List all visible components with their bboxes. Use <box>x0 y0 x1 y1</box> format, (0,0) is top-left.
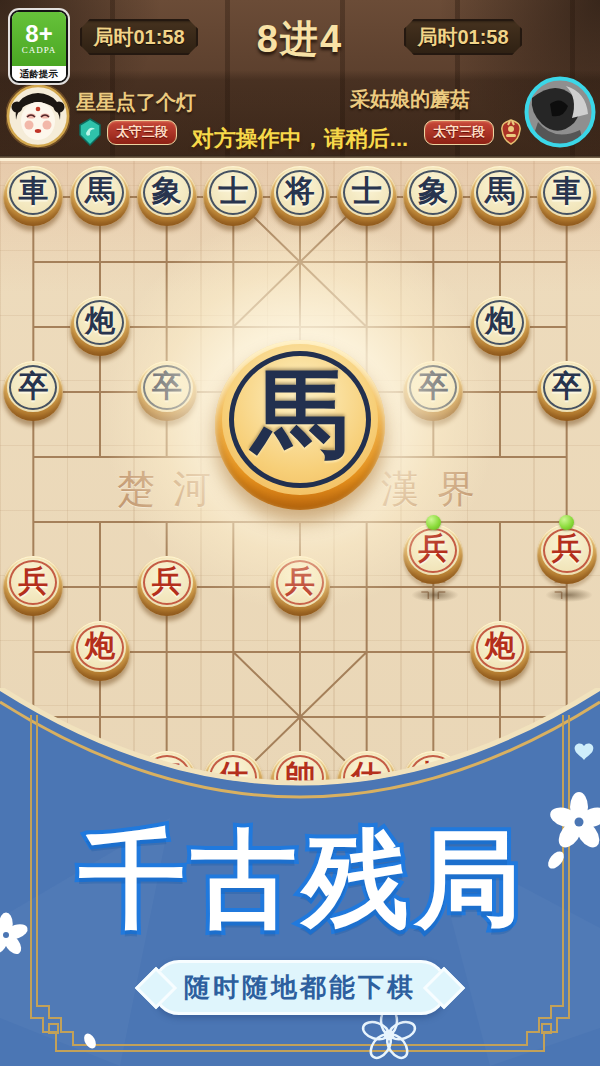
piece-face: 兵 <box>7 558 59 607</box>
age-rating-value: 8+ <box>25 23 52 45</box>
right-timer: 局时01:58 <box>404 19 522 55</box>
piece-black-士[interactable]: 士 <box>337 166 397 226</box>
piece-red-炮[interactable]: 炮 <box>470 621 530 681</box>
floating-piece-face: 馬 <box>222 344 378 495</box>
opponent-status-text: 对方操作中，请稍后... <box>0 124 600 154</box>
opera-face-avatar-image <box>6 84 70 148</box>
piece-black-車[interactable]: 車 <box>537 166 597 226</box>
piece-black-卒[interactable]: 卒 <box>537 361 597 421</box>
piece-black-士[interactable]: 士 <box>203 166 263 226</box>
age-rating-org: CADPA <box>22 45 57 55</box>
promo-title: 千古残局 <box>0 824 600 935</box>
piece-face: 将 <box>274 168 326 217</box>
piece-black-馬[interactable]: 馬 <box>470 166 530 226</box>
promo-panel: 千古残局 随时随地都能下棋 <box>0 688 600 1066</box>
piece-face: 炮 <box>74 298 126 347</box>
move-indicator-dot <box>559 515 574 530</box>
piece-face: 炮 <box>474 623 526 672</box>
header-bar: 局时01:58 8进4 局时01:58 星星点了个灯 采姑娘的蘑菇 太守三段 太… <box>0 0 600 158</box>
piece-face: 卒 <box>541 363 593 412</box>
right-player-avatar[interactable] <box>524 76 596 148</box>
age-rating-label: 适龄提示 <box>12 66 66 81</box>
piece-face: 炮 <box>474 298 526 347</box>
piece-face: 兵 <box>141 558 193 607</box>
piece-black-炮[interactable]: 炮 <box>470 296 530 356</box>
piece-face: 兵 <box>541 526 593 575</box>
river-label-right: 漢界 <box>362 466 512 512</box>
floating-piece-character: 馬 <box>222 340 378 491</box>
piece-face: 車 <box>541 168 593 217</box>
piece-black-象[interactable]: 象 <box>403 166 463 226</box>
piece-face: 兵 <box>407 526 459 575</box>
piece-black-馬[interactable]: 馬 <box>70 166 130 226</box>
piece-black-卒[interactable]: 卒 <box>137 361 197 421</box>
age-rating-green-box: 8+ CADPA <box>12 12 66 66</box>
piece-red-兵[interactable]: 兵 <box>137 556 197 616</box>
piece-black-卒[interactable]: 卒 <box>3 361 63 421</box>
piece-face: 士 <box>341 168 393 217</box>
piece-face: 車 <box>7 168 59 217</box>
floating-piece-horse: 馬 <box>215 340 385 510</box>
promo-subtitle-text: 随时随地都能下棋 <box>184 972 416 1002</box>
right-player-name: 采姑娘的蘑菇 <box>350 86 470 113</box>
age-rating-badge: 8+ CADPA 适龄提示 <box>10 10 68 83</box>
piece-black-将[interactable]: 将 <box>270 166 330 226</box>
left-player-name: 星星点了个灯 <box>76 89 196 116</box>
piece-face: 卒 <box>141 363 193 412</box>
grayscale-avatar-image <box>524 76 596 148</box>
piece-face: 馬 <box>474 168 526 217</box>
piece-face: 馬 <box>74 168 126 217</box>
piece-black-象[interactable]: 象 <box>137 166 197 226</box>
left-player-avatar[interactable] <box>6 84 70 148</box>
piece-face: 卒 <box>407 363 459 412</box>
piece-face: 士 <box>207 168 259 217</box>
piece-face: 象 <box>141 168 193 217</box>
piece-face: 兵 <box>274 558 326 607</box>
piece-red-兵[interactable]: 兵 <box>403 524 463 584</box>
piece-black-卒[interactable]: 卒 <box>403 361 463 421</box>
piece-red-兵[interactable]: 兵 <box>270 556 330 616</box>
move-indicator-dot <box>426 515 441 530</box>
right-timer-label: 局时 <box>417 24 457 51</box>
piece-red-兵[interactable]: 兵 <box>3 556 63 616</box>
promo-subtitle-button[interactable]: 随时随地都能下棋 <box>153 960 447 1015</box>
xiangqi-game-screen: 楚河 漢界 車馬象士将士象馬車炮炮卒卒卒卒兵兵兵兵兵炮炮相仕帥仕相 馬 局时01… <box>0 0 600 1066</box>
piece-red-炮[interactable]: 炮 <box>70 621 130 681</box>
piece-black-車[interactable]: 車 <box>3 166 63 226</box>
right-timer-value: 01:58 <box>457 26 508 49</box>
piece-face: 卒 <box>7 363 59 412</box>
piece-red-兵[interactable]: 兵 <box>537 524 597 584</box>
piece-face: 炮 <box>74 623 126 672</box>
piece-black-炮[interactable]: 炮 <box>70 296 130 356</box>
piece-face: 象 <box>407 168 459 217</box>
